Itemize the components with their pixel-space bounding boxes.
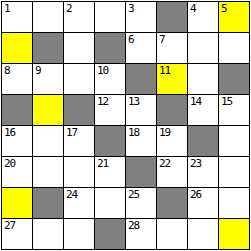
cell-r8c1[interactable]: 27: [2, 219, 32, 249]
cell-r7c1[interactable]: [2, 188, 32, 218]
clue-number: 3: [128, 2, 134, 15]
cell-r7c4[interactable]: [95, 188, 125, 218]
cell-r5c5[interactable]: 18: [126, 126, 156, 156]
cell-r6c6[interactable]: 22: [157, 157, 187, 187]
cell-r8c5[interactable]: 28: [126, 219, 156, 249]
cell-r6c3[interactable]: [64, 157, 94, 187]
cell-r1c6: [157, 2, 187, 32]
cell-r3c4[interactable]: 10: [95, 64, 125, 94]
cell-r6c5: [126, 157, 156, 187]
cell-r1c8[interactable]: 5: [219, 2, 249, 32]
cell-r2c7[interactable]: [188, 33, 218, 63]
cell-r2c1[interactable]: [2, 33, 32, 63]
clue-number: 28: [128, 219, 139, 232]
cell-r3c3[interactable]: [64, 64, 94, 94]
cell-r5c6[interactable]: 19: [157, 126, 187, 156]
cell-r1c1[interactable]: 1: [2, 2, 32, 32]
cell-r8c7[interactable]: [188, 219, 218, 249]
cell-r8c2[interactable]: [33, 219, 63, 249]
clue-number: 9: [35, 64, 41, 77]
clue-number: 12: [97, 95, 108, 108]
cell-r2c2: [33, 33, 63, 63]
cell-r8c8[interactable]: [219, 219, 249, 249]
cell-r8c3[interactable]: [64, 219, 94, 249]
cell-r1c4[interactable]: [95, 2, 125, 32]
cell-r2c4: [95, 33, 125, 63]
cell-r4c6: [157, 95, 187, 125]
cell-r8c4: [95, 219, 125, 249]
cell-r4c4[interactable]: 12: [95, 95, 125, 125]
cell-r1c7[interactable]: 4: [188, 2, 218, 32]
cell-r7c8[interactable]: [219, 188, 249, 218]
cell-r5c2[interactable]: [33, 126, 63, 156]
cell-r5c3[interactable]: 17: [64, 126, 94, 156]
cell-r1c2[interactable]: [33, 2, 63, 32]
cell-r4c3: [64, 95, 94, 125]
clue-number: 4: [190, 2, 196, 15]
cell-r7c7[interactable]: 26: [188, 188, 218, 218]
clue-number: 11: [159, 64, 170, 77]
clue-number: 14: [190, 95, 201, 108]
clue-number: 8: [4, 64, 10, 77]
cell-r6c1[interactable]: 20: [2, 157, 32, 187]
clue-number: 10: [97, 64, 108, 77]
cell-r7c3[interactable]: 24: [64, 188, 94, 218]
cell-r6c8[interactable]: [219, 157, 249, 187]
clue-number: 19: [159, 126, 170, 139]
cell-r4c7[interactable]: 14: [188, 95, 218, 125]
clue-number: 24: [66, 188, 77, 201]
clue-number: 15: [221, 95, 232, 108]
cell-r3c7[interactable]: [188, 64, 218, 94]
clue-number: 7: [159, 33, 165, 46]
cell-r5c7: [188, 126, 218, 156]
cell-r4c2[interactable]: [33, 95, 63, 125]
cell-r3c5: [126, 64, 156, 94]
clue-number: 26: [190, 188, 201, 201]
cell-r2c8[interactable]: [219, 33, 249, 63]
cell-r4c5[interactable]: 13: [126, 95, 156, 125]
cell-r3c1[interactable]: 8: [2, 64, 32, 94]
cell-r5c1[interactable]: 16: [2, 126, 32, 156]
cell-r5c8[interactable]: [219, 126, 249, 156]
cell-r2c5[interactable]: 6: [126, 33, 156, 63]
clue-number: 18: [128, 126, 139, 139]
crossword-board: 1234567891011121314151617181920212223242…: [1, 1, 250, 250]
clue-number: 5: [221, 2, 227, 15]
cell-r7c5[interactable]: 25: [126, 188, 156, 218]
cell-r3c2[interactable]: 9: [33, 64, 63, 94]
cell-r4c1: [2, 95, 32, 125]
clue-number: 17: [66, 126, 77, 139]
cell-r2c6[interactable]: 7: [157, 33, 187, 63]
clue-number: 6: [128, 33, 134, 46]
clue-number: 20: [4, 157, 15, 170]
cell-r3c6[interactable]: 11: [157, 64, 187, 94]
crossword-puzzle: 1234567891011121314151617181920212223242…: [0, 0, 251, 251]
clue-number: 1: [4, 2, 10, 15]
clue-number: 25: [128, 188, 139, 201]
cell-r3c8: [219, 64, 249, 94]
cell-r6c7[interactable]: 23: [188, 157, 218, 187]
cell-r1c3[interactable]: 2: [64, 2, 94, 32]
cell-r6c4[interactable]: 21: [95, 157, 125, 187]
cell-r1c5[interactable]: 3: [126, 2, 156, 32]
cell-r7c2: [33, 188, 63, 218]
cell-r2c3[interactable]: [64, 33, 94, 63]
cell-r7c6: [157, 188, 187, 218]
clue-number: 13: [128, 95, 139, 108]
clue-number: 2: [66, 2, 72, 15]
clue-number: 21: [97, 157, 108, 170]
clue-number: 23: [190, 157, 201, 170]
clue-number: 16: [4, 126, 15, 139]
cell-r6c2[interactable]: [33, 157, 63, 187]
cell-r4c8[interactable]: 15: [219, 95, 249, 125]
cell-r5c4: [95, 126, 125, 156]
clue-number: 27: [4, 219, 15, 232]
cell-r8c6[interactable]: [157, 219, 187, 249]
clue-number: 22: [159, 157, 170, 170]
